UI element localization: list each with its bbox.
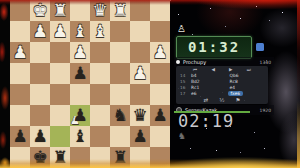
white-player-name: Prochupy: [183, 59, 260, 65]
square-c3[interactable]: [110, 42, 130, 63]
square-d1[interactable]: ♛: [90, 0, 110, 21]
square-c6[interactable]: ♞: [110, 105, 130, 126]
white-move[interactable]: Bd2: [189, 79, 228, 84]
white-pawn-b4: ♟: [130, 63, 150, 84]
square-e7[interactable]: ♝: [70, 126, 90, 147]
side-panel: ♙ 01:32 Prochupy 1340 ⏮◀▶⏭ 14b4Qb615Bd2R…: [170, 0, 300, 168]
square-b8[interactable]: [130, 147, 150, 168]
black-clock: 02:19: [178, 111, 258, 131]
chat-icon[interactable]: [256, 43, 264, 51]
black-king-g8: ♚: [30, 147, 50, 168]
square-a2[interactable]: [150, 21, 170, 42]
white-move[interactable]: b4: [189, 73, 228, 78]
black-pawn-e4: ♟: [70, 63, 90, 84]
white-bishop-d2: ♝: [90, 21, 110, 42]
square-c1[interactable]: ♜: [110, 0, 130, 21]
white-king-g1: ♚: [30, 0, 50, 21]
move-number: 14: [178, 73, 189, 78]
square-a3[interactable]: ♟: [150, 42, 170, 63]
black-rook-c8: ♜: [110, 147, 130, 168]
offer-draw-icon[interactable]: ½: [219, 96, 224, 104]
white-side-dot: [176, 60, 180, 64]
square-c5[interactable]: [110, 84, 130, 105]
star-field: [170, 0, 171, 1]
square-g7[interactable]: ♟: [30, 126, 50, 147]
square-c4[interactable]: [110, 63, 130, 84]
black-knight-c6: ♞: [110, 105, 130, 126]
skip-to-start-icon[interactable]: ⏮: [193, 67, 197, 73]
square-f8[interactable]: ♜: [50, 147, 70, 168]
skip-to-end-icon[interactable]: ⏭: [247, 67, 251, 73]
square-f4[interactable]: [50, 63, 70, 84]
square-h1[interactable]: [10, 0, 30, 21]
square-d4[interactable]: [90, 63, 110, 84]
square-d2[interactable]: ♝: [90, 21, 110, 42]
black-move[interactable]: Rc8: [228, 79, 267, 84]
square-a5[interactable]: [150, 84, 170, 105]
square-e5[interactable]: [70, 84, 90, 105]
white-player-rating: 1340: [260, 60, 271, 65]
square-c2[interactable]: [110, 21, 130, 42]
square-g3[interactable]: [30, 42, 50, 63]
square-h4[interactable]: [10, 63, 30, 84]
chess-app-screen: ♚♜♛♜♟♟♝♝♟♟♟♟♟♟♟♞♛♟♟♟♝♟♚♜♜ ♙ 01:32 Prochu…: [0, 0, 300, 168]
square-d3[interactable]: [90, 42, 110, 63]
square-g1[interactable]: ♚: [30, 0, 50, 21]
square-a1[interactable]: [150, 0, 170, 21]
square-g2[interactable]: ♟: [30, 21, 50, 42]
square-h2[interactable]: [10, 21, 30, 42]
square-f3[interactable]: [50, 42, 70, 63]
square-d5[interactable]: [90, 84, 110, 105]
square-b1[interactable]: [130, 0, 150, 21]
square-h6[interactable]: [10, 105, 30, 126]
step-forward-icon[interactable]: ▶: [229, 67, 232, 73]
white-pawn-g2: ♟: [30, 21, 50, 42]
square-b4[interactable]: ♟: [130, 63, 150, 84]
white-clock: 01:32: [176, 36, 252, 59]
square-b7[interactable]: ♟: [130, 126, 150, 147]
move-number: 15: [178, 79, 189, 84]
black-move[interactable]: Qb6: [228, 73, 267, 78]
square-g8[interactable]: ♚: [30, 147, 50, 168]
square-f6[interactable]: [50, 105, 70, 126]
square-f7[interactable]: [50, 126, 70, 147]
chess-board[interactable]: ♚♜♛♜♟♟♝♝♟♟♟♟♟♟♟♞♛♟♟♟♝♟♚♜♜: [10, 0, 170, 168]
move-list-panel: ⏮◀▶⏭ 14b4Qb615Bd2Rc816Rc1e417e6fxe6 ⇄½⚑: [176, 66, 268, 104]
white-pawn-f2: ♟: [50, 21, 70, 42]
square-h8[interactable]: [10, 147, 30, 168]
square-f5[interactable]: [50, 84, 70, 105]
takeback-icon[interactable]: ⇄: [204, 96, 209, 104]
white-pawn-a3: ♟: [150, 42, 170, 63]
black-queen-b6: ♛: [130, 105, 150, 126]
white-move[interactable]: Rc1: [189, 85, 228, 90]
resign-flag-icon[interactable]: ⚑: [236, 96, 241, 104]
square-g6[interactable]: [30, 105, 50, 126]
black-player-rating: 1920: [260, 108, 271, 113]
square-g4[interactable]: [30, 63, 50, 84]
square-e3[interactable]: ♟: [70, 42, 90, 63]
square-h7[interactable]: ♟: [10, 126, 30, 147]
step-back-icon[interactable]: ◀: [211, 67, 214, 73]
square-b5[interactable]: [130, 84, 150, 105]
move-row-16: 16Rc1e4: [178, 85, 266, 91]
captured-pieces-bottom: ♞: [178, 132, 186, 141]
square-f2[interactable]: ♟: [50, 21, 70, 42]
black-pawn-h7: ♟: [10, 126, 30, 147]
captured-pieces-top: ♙: [177, 24, 186, 34]
black-pawn-a6: ♟: [150, 105, 170, 126]
square-d8[interactable]: [90, 147, 110, 168]
move-rows: 14b4Qb615Bd2Rc816Rc1e417e6fxe6: [178, 73, 266, 96]
move-number: 17: [178, 91, 189, 96]
square-h5[interactable]: [10, 84, 30, 105]
black-rook-f8: ♜: [50, 147, 70, 168]
square-c7[interactable]: [110, 126, 130, 147]
white-bishop-e2: ♝: [70, 21, 90, 42]
square-d6[interactable]: [90, 105, 110, 126]
flame-border-left: [0, 0, 10, 168]
square-d7[interactable]: [90, 126, 110, 147]
square-e2[interactable]: ♝: [70, 21, 90, 42]
square-b3[interactable]: [130, 42, 150, 63]
square-a6[interactable]: ♟: [150, 105, 170, 126]
square-e4[interactable]: ♟: [70, 63, 90, 84]
black-move[interactable]: e4: [228, 85, 267, 90]
move-row-14: 14b4Qb6: [178, 73, 266, 79]
square-b2[interactable]: [130, 21, 150, 42]
square-f1[interactable]: ♜: [50, 0, 70, 21]
white-pawn-h3: ♟: [10, 42, 30, 63]
white-rook-f1: ♜: [50, 0, 70, 21]
square-a8[interactable]: [150, 147, 170, 168]
square-c8[interactable]: ♜: [110, 147, 130, 168]
white-queen-d1: ♛: [90, 0, 110, 21]
square-h3[interactable]: ♟: [10, 42, 30, 63]
square-b6[interactable]: ♛: [130, 105, 150, 126]
move-number: 16: [178, 85, 189, 90]
black-pawn-b7: ♟: [130, 126, 150, 147]
black-pawn-e6: ♟: [70, 105, 90, 126]
square-e1[interactable]: [70, 0, 90, 21]
white-rook-c1: ♜: [110, 0, 130, 21]
game-action-bar: ⇄½⚑: [178, 96, 266, 104]
square-e8[interactable]: [70, 147, 90, 168]
black-bishop-e7: ♝: [70, 126, 90, 147]
black-pawn-g7: ♟: [30, 126, 50, 147]
square-a7[interactable]: [150, 126, 170, 147]
white-move[interactable]: e6: [189, 91, 228, 96]
square-e6[interactable]: ♟♟: [70, 105, 90, 126]
white-pawn-e3: ♟: [70, 42, 90, 63]
square-a4[interactable]: [150, 63, 170, 84]
move-row-15: 15Bd2Rc8: [178, 79, 266, 85]
square-g5[interactable]: [30, 84, 50, 105]
